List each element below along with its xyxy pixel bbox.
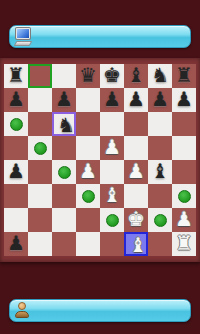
- move-hint-dot[interactable]: [154, 214, 167, 227]
- square-e7[interactable]: ♟: [100, 88, 124, 112]
- person-head: [18, 302, 26, 310]
- square-a5[interactable]: [4, 136, 28, 160]
- black-pawn-piece[interactable]: ♟: [4, 232, 28, 256]
- white-rook-piece[interactable]: ♜: [172, 232, 196, 256]
- black-pawn-piece[interactable]: ♟: [124, 88, 148, 112]
- square-d4[interactable]: ♟: [76, 160, 100, 184]
- square-d3[interactable]: [76, 184, 100, 208]
- black-queen-piece[interactable]: ♛: [76, 64, 100, 88]
- square-b6[interactable]: [28, 112, 52, 136]
- black-rook-piece[interactable]: ♜: [172, 64, 196, 88]
- square-b1[interactable]: [28, 232, 52, 256]
- square-g2[interactable]: [148, 208, 172, 232]
- square-d7[interactable]: [76, 88, 100, 112]
- square-e1[interactable]: [100, 232, 124, 256]
- white-bishop-piece[interactable]: ♝: [126, 234, 150, 258]
- move-hint-dot[interactable]: [34, 142, 47, 155]
- square-a3[interactable]: [4, 184, 28, 208]
- square-c7[interactable]: ♟: [52, 88, 76, 112]
- computer-keyboard: [14, 41, 33, 46]
- square-c6[interactable]: ♞: [52, 112, 76, 136]
- square-b8[interactable]: [28, 64, 52, 88]
- white-bishop-piece[interactable]: ♝: [100, 184, 124, 208]
- black-knight-piece[interactable]: ♞: [148, 64, 172, 88]
- move-hint-dot[interactable]: [82, 190, 95, 203]
- player-bar: [9, 299, 191, 322]
- square-d1[interactable]: [76, 232, 100, 256]
- move-hint-dot[interactable]: [178, 190, 191, 203]
- square-f1[interactable]: ♝: [124, 232, 148, 256]
- move-hint-dot[interactable]: [106, 214, 119, 227]
- square-h8[interactable]: ♜: [172, 64, 196, 88]
- square-g3[interactable]: [148, 184, 172, 208]
- square-f4[interactable]: ♟: [124, 160, 148, 184]
- square-b5[interactable]: [28, 136, 52, 160]
- move-hint-dot[interactable]: [58, 166, 71, 179]
- square-f6[interactable]: [124, 112, 148, 136]
- square-f5[interactable]: [124, 136, 148, 160]
- square-h6[interactable]: [172, 112, 196, 136]
- square-c4[interactable]: [52, 160, 76, 184]
- square-c2[interactable]: [52, 208, 76, 232]
- square-a7[interactable]: ♟: [4, 88, 28, 112]
- square-h4[interactable]: [172, 160, 196, 184]
- computer-monitor: [16, 28, 30, 39]
- square-h1[interactable]: ♜: [172, 232, 196, 256]
- white-pawn-piece[interactable]: ♟: [100, 136, 124, 160]
- square-e4[interactable]: [100, 160, 124, 184]
- square-g7[interactable]: ♟: [148, 88, 172, 112]
- black-pawn-piece[interactable]: ♟: [148, 88, 172, 112]
- chess-board[interactable]: ♜♛♚♝♞♜♟♟♟♟♟♟♞♟♟♟♟♝♝♚♟♟♝♜: [4, 64, 196, 256]
- black-pawn-piece[interactable]: ♟: [52, 88, 76, 112]
- computer-icon: [14, 28, 32, 45]
- square-g6[interactable]: [148, 112, 172, 136]
- square-f8[interactable]: ♝: [124, 64, 148, 88]
- square-g1[interactable]: [148, 232, 172, 256]
- square-e2[interactable]: [100, 208, 124, 232]
- square-c3[interactable]: [52, 184, 76, 208]
- square-d6[interactable]: [76, 112, 100, 136]
- square-h5[interactable]: [172, 136, 196, 160]
- square-b3[interactable]: [28, 184, 52, 208]
- square-f2[interactable]: ♚: [124, 208, 148, 232]
- square-a8[interactable]: ♜: [4, 64, 28, 88]
- person-body: [15, 311, 29, 318]
- square-h2[interactable]: ♟: [172, 208, 196, 232]
- square-g8[interactable]: ♞: [148, 64, 172, 88]
- square-a1[interactable]: ♟: [4, 232, 28, 256]
- square-h7[interactable]: ♟: [172, 88, 196, 112]
- square-a4[interactable]: ♟: [4, 160, 28, 184]
- square-a6[interactable]: [4, 112, 28, 136]
- black-bishop-piece[interactable]: ♝: [124, 64, 148, 88]
- black-pawn-piece[interactable]: ♟: [4, 88, 28, 112]
- white-king-piece[interactable]: ♚: [124, 208, 148, 232]
- square-c5[interactable]: [52, 136, 76, 160]
- black-king-piece[interactable]: ♚: [100, 64, 124, 88]
- square-f7[interactable]: ♟: [124, 88, 148, 112]
- square-a2[interactable]: [4, 208, 28, 232]
- person-icon: [14, 302, 32, 319]
- square-d8[interactable]: ♛: [76, 64, 100, 88]
- square-g5[interactable]: [148, 136, 172, 160]
- black-pawn-piece[interactable]: ♟: [100, 88, 124, 112]
- square-g4[interactable]: ♝: [148, 160, 172, 184]
- square-b7[interactable]: [28, 88, 52, 112]
- square-e5[interactable]: ♟: [100, 136, 124, 160]
- white-pawn-piece[interactable]: ♟: [124, 160, 148, 184]
- square-f3[interactable]: [124, 184, 148, 208]
- square-e3[interactable]: ♝: [100, 184, 124, 208]
- white-pawn-piece[interactable]: ♟: [76, 160, 100, 184]
- square-d2[interactable]: [76, 208, 100, 232]
- square-b4[interactable]: [28, 160, 52, 184]
- square-h3[interactable]: [172, 184, 196, 208]
- black-pawn-piece[interactable]: ♟: [172, 88, 196, 112]
- square-d5[interactable]: [76, 136, 100, 160]
- square-c1[interactable]: [52, 232, 76, 256]
- chess-board-frame: ♜♛♚♝♞♜♟♟♟♟♟♟♞♟♟♟♟♝♝♚♟♟♝♜: [0, 58, 200, 262]
- move-hint-dot[interactable]: [10, 118, 23, 131]
- black-bishop-piece[interactable]: ♝: [148, 160, 172, 184]
- square-b2[interactable]: [28, 208, 52, 232]
- black-pawn-piece[interactable]: ♟: [4, 160, 28, 184]
- black-knight-piece[interactable]: ♞: [54, 114, 78, 138]
- opponent-bar: [9, 25, 191, 48]
- white-pawn-piece[interactable]: ♟: [172, 208, 196, 232]
- black-rook-piece[interactable]: ♜: [4, 64, 28, 88]
- square-e8[interactable]: ♚: [100, 64, 124, 88]
- square-c8[interactable]: [52, 64, 76, 88]
- square-e6[interactable]: [100, 112, 124, 136]
